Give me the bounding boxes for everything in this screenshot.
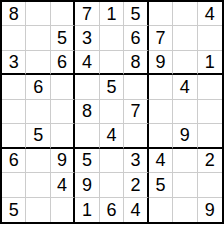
cell-r6c7[interactable] bbox=[149, 124, 173, 148]
cell-r4c6[interactable] bbox=[124, 75, 148, 99]
cell-r8c4[interactable]: 9 bbox=[75, 173, 99, 197]
cell-r3c5[interactable] bbox=[100, 51, 124, 75]
cell-r6c3[interactable] bbox=[51, 124, 75, 148]
cell-r1c7[interactable] bbox=[149, 2, 173, 26]
cell-r9c6[interactable]: 4 bbox=[124, 198, 148, 222]
cell-r3c3[interactable]: 6 bbox=[51, 51, 75, 75]
cell-r8c5[interactable] bbox=[100, 173, 124, 197]
cell-r2c3[interactable]: 5 bbox=[51, 26, 75, 50]
cell-r2c5[interactable] bbox=[100, 26, 124, 50]
cell-r8c8[interactable] bbox=[173, 173, 197, 197]
cell-r6c5[interactable]: 4 bbox=[100, 124, 124, 148]
cell-r9c4[interactable]: 1 bbox=[75, 198, 99, 222]
cell-r8c3[interactable]: 4 bbox=[51, 173, 75, 197]
cell-r6c1[interactable] bbox=[2, 124, 26, 148]
cell-r6c2[interactable]: 5 bbox=[26, 124, 50, 148]
cell-r9c2[interactable] bbox=[26, 198, 50, 222]
cell-r5c3[interactable] bbox=[51, 100, 75, 124]
cell-r4c7[interactable] bbox=[149, 75, 173, 99]
cell-r4c1[interactable] bbox=[2, 75, 26, 99]
cell-r5c5[interactable] bbox=[100, 100, 124, 124]
cell-r1c6[interactable]: 5 bbox=[124, 2, 148, 26]
cell-r1c9[interactable]: 4 bbox=[198, 2, 222, 26]
cell-r7c1[interactable]: 6 bbox=[2, 149, 26, 173]
cell-r7c8[interactable] bbox=[173, 149, 197, 173]
cell-r8c1[interactable] bbox=[2, 173, 26, 197]
cell-r2c1[interactable] bbox=[2, 26, 26, 50]
cell-r5c7[interactable] bbox=[149, 100, 173, 124]
cell-r7c2[interactable] bbox=[26, 149, 50, 173]
cell-r4c8[interactable]: 4 bbox=[173, 75, 197, 99]
cell-r7c6[interactable]: 3 bbox=[124, 149, 148, 173]
cell-r7c3[interactable]: 9 bbox=[51, 149, 75, 173]
cell-r4c5[interactable]: 5 bbox=[100, 75, 124, 99]
cell-r6c6[interactable] bbox=[124, 124, 148, 148]
cell-r6c4[interactable] bbox=[75, 124, 99, 148]
cell-r1c5[interactable]: 1 bbox=[100, 2, 124, 26]
cell-r9c5[interactable]: 6 bbox=[100, 198, 124, 222]
cell-r1c1[interactable]: 8 bbox=[2, 2, 26, 26]
cell-r5c9[interactable] bbox=[198, 100, 222, 124]
cell-r3c8[interactable] bbox=[173, 51, 197, 75]
cell-r4c4[interactable] bbox=[75, 75, 99, 99]
cell-r6c8[interactable]: 9 bbox=[173, 124, 197, 148]
cell-r9c1[interactable]: 5 bbox=[2, 198, 26, 222]
cell-r1c4[interactable]: 7 bbox=[75, 2, 99, 26]
cell-r3c4[interactable]: 4 bbox=[75, 51, 99, 75]
cell-r7c5[interactable] bbox=[100, 149, 124, 173]
cell-r2c6[interactable]: 6 bbox=[124, 26, 148, 50]
cell-r9c7[interactable] bbox=[149, 198, 173, 222]
cell-r7c7[interactable]: 4 bbox=[149, 149, 173, 173]
cell-r8c9[interactable] bbox=[198, 173, 222, 197]
cell-r2c7[interactable]: 7 bbox=[149, 26, 173, 50]
cell-r1c2[interactable] bbox=[26, 2, 50, 26]
cell-r9c3[interactable] bbox=[51, 198, 75, 222]
cell-r3c6[interactable]: 8 bbox=[124, 51, 148, 75]
cell-r1c8[interactable] bbox=[173, 2, 197, 26]
cell-r9c8[interactable] bbox=[173, 198, 197, 222]
cell-r8c6[interactable]: 2 bbox=[124, 173, 148, 197]
cell-r2c8[interactable] bbox=[173, 26, 197, 50]
cell-r7c9[interactable]: 2 bbox=[198, 149, 222, 173]
cell-r2c2[interactable] bbox=[26, 26, 50, 50]
cell-r1c3[interactable] bbox=[51, 2, 75, 26]
cell-r4c2[interactable]: 6 bbox=[26, 75, 50, 99]
cell-r5c2[interactable] bbox=[26, 100, 50, 124]
cell-r3c9[interactable]: 1 bbox=[198, 51, 222, 75]
cell-r7c4[interactable]: 5 bbox=[75, 149, 99, 173]
cell-r5c1[interactable] bbox=[2, 100, 26, 124]
cell-r3c7[interactable]: 9 bbox=[149, 51, 173, 75]
cell-r5c8[interactable] bbox=[173, 100, 197, 124]
cell-r4c3[interactable] bbox=[51, 75, 75, 99]
cell-r8c7[interactable]: 5 bbox=[149, 173, 173, 197]
cell-r6c9[interactable] bbox=[198, 124, 222, 148]
cell-r3c1[interactable]: 3 bbox=[2, 51, 26, 75]
cell-r8c2[interactable] bbox=[26, 173, 50, 197]
cell-r2c9[interactable] bbox=[198, 26, 222, 50]
cell-r5c4[interactable]: 8 bbox=[75, 100, 99, 124]
cell-r2c4[interactable]: 3 bbox=[75, 26, 99, 50]
sudoku-board: 87154536736489165487549695342492551649 bbox=[0, 0, 224, 224]
cell-r5c6[interactable]: 7 bbox=[124, 100, 148, 124]
cell-r4c9[interactable] bbox=[198, 75, 222, 99]
cell-r3c2[interactable] bbox=[26, 51, 50, 75]
cell-r9c9[interactable]: 9 bbox=[198, 198, 222, 222]
